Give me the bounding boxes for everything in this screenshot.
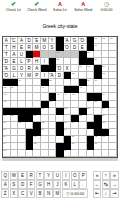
key-T[interactable]: T xyxy=(36,171,44,180)
grid-cell-r17c14[interactable] xyxy=(102,150,110,157)
grid-cell-r2c3[interactable]: E xyxy=(18,44,26,51)
cell-letter: E xyxy=(20,45,23,50)
clue-number: 65 xyxy=(102,121,105,124)
grid-cell-r5c4[interactable]: R xyxy=(26,65,34,72)
grid-cell-r6c15[interactable] xyxy=(109,72,117,79)
solve-word-label: Solve Word xyxy=(72,8,95,12)
grid-cell-r7c14[interactable] xyxy=(102,79,110,86)
grid-cell-r17c4[interactable] xyxy=(26,150,34,157)
grid-cell-r8c5[interactable] xyxy=(33,86,41,93)
black-cell xyxy=(56,129,64,136)
key-L[interactable]: L xyxy=(71,180,79,189)
cell-letter: X xyxy=(66,66,69,71)
grid-cell-r14c7[interactable] xyxy=(49,129,57,136)
grid-cell-r5c5[interactable]: A xyxy=(33,65,41,72)
grid-cell-r11c9[interactable]: 52 xyxy=(64,108,72,115)
cell-letter: O xyxy=(20,66,24,71)
grid-cell-r1c3[interactable]: 3A xyxy=(18,37,26,44)
black-cell xyxy=(64,72,72,79)
cell-letter: S xyxy=(50,45,53,50)
key-Q[interactable]: Q xyxy=(1,171,9,180)
grid-cell-r6c2[interactable]: L xyxy=(11,72,19,79)
grid-cell-r8c4[interactable] xyxy=(26,86,34,93)
grid-cell-r12c15[interactable] xyxy=(109,115,117,122)
grid-cell-r12c5[interactable]: 57 xyxy=(33,115,41,122)
grid-cell-r14c15[interactable] xyxy=(109,129,117,136)
cell-letter: M xyxy=(27,73,31,78)
clue-number: 78 xyxy=(3,149,6,152)
clue-number: 58 xyxy=(79,114,82,117)
cell-letter: D xyxy=(58,73,61,78)
grid-cell-r17c5[interactable] xyxy=(33,150,41,157)
black-cell xyxy=(87,136,95,143)
grid-cell-r6c11[interactable] xyxy=(79,72,87,79)
clue-number: 40 xyxy=(41,86,44,89)
grid-cell-r10c5[interactable] xyxy=(33,101,41,108)
grid-cell-r10c1[interactable]: 47 xyxy=(3,101,11,108)
clue-number: 45 xyxy=(72,93,75,96)
black-cell xyxy=(26,129,34,136)
grid-cell-r2c15[interactable] xyxy=(109,44,117,51)
key-O[interactable]: O xyxy=(71,171,79,180)
grid-cell-r10c8[interactable] xyxy=(56,101,64,108)
clue-number: 28 xyxy=(87,65,90,68)
clue-number: 48 xyxy=(49,100,52,103)
grid-cell-r7c13[interactable]: 37 xyxy=(94,79,102,86)
grid-cell-r7c7[interactable]: 35 xyxy=(49,79,57,86)
grid-cell-r12c11[interactable]: 58 xyxy=(79,115,87,122)
grid-cell-r9c9[interactable]: 44 xyxy=(64,93,72,100)
clue-number: 49 xyxy=(87,100,90,103)
key-D[interactable]: D xyxy=(18,180,26,189)
clue-number: 25 xyxy=(3,65,6,68)
key-K[interactable]: K xyxy=(62,180,70,189)
keyboard-timer: ◷0:00:00 xyxy=(62,189,89,198)
clue-number: 42 xyxy=(3,93,6,96)
up-key[interactable]: ↑ xyxy=(102,171,110,180)
grid-cell-r1c5[interactable]: 5E xyxy=(33,37,41,44)
grid-cell-r9c11[interactable] xyxy=(79,93,87,100)
key-G[interactable]: G xyxy=(36,180,44,189)
grid-cell-r10c7[interactable]: 48 xyxy=(49,101,57,108)
grid-cell-r9c15[interactable] xyxy=(109,93,117,100)
clue-number: 11 xyxy=(94,37,97,40)
key-F[interactable]: F xyxy=(27,180,35,189)
cell-letter: A xyxy=(35,66,38,71)
key-W[interactable]: W xyxy=(10,171,18,180)
grid-cell-r11c6[interactable]: 51 xyxy=(41,108,49,115)
grid-cell-r16c14[interactable] xyxy=(102,143,110,150)
clue-number: 18 xyxy=(34,51,37,54)
grid-cell-r3c6[interactable] xyxy=(41,51,49,58)
clue-number: 16 xyxy=(94,44,97,47)
grid-cell-r3c9[interactable] xyxy=(64,51,72,58)
grid-cell-r3c14[interactable] xyxy=(102,51,110,58)
grid-cell-r1c7[interactable]: 7Y xyxy=(49,37,57,44)
grid-cell-r7c10[interactable] xyxy=(71,79,79,86)
timer-display: ◷ 0:00:00 xyxy=(95,1,118,15)
grid-cell-r7c15[interactable] xyxy=(109,79,117,86)
grid-cell-r17c10[interactable] xyxy=(71,150,79,157)
clue-number: 67 xyxy=(41,128,44,131)
clue-number: 19 xyxy=(56,51,59,54)
grid-cell-r1c10[interactable]: 9G xyxy=(71,37,79,44)
clue-number: 1 xyxy=(3,37,4,40)
grid-cell-r14c12[interactable] xyxy=(87,129,95,136)
grid-cell-r5c15[interactable] xyxy=(109,65,117,72)
grid-cell-r2c13[interactable]: 16 xyxy=(94,44,102,51)
grid-cell-r14c3[interactable] xyxy=(18,129,26,136)
prev-word-key[interactable]: « xyxy=(93,171,101,180)
clue-number: 47 xyxy=(3,100,6,103)
grid-cell-r4c3[interactable]: L xyxy=(18,58,26,65)
cell-letter: H xyxy=(12,45,15,50)
grid-cell-r12c12[interactable] xyxy=(87,115,95,122)
key-E[interactable]: E xyxy=(18,171,26,180)
grid-cell-r3c12[interactable]: 20 xyxy=(87,51,95,58)
key-N[interactable]: N xyxy=(44,189,52,198)
black-cell xyxy=(56,108,64,115)
grid-cell-r1c4[interactable]: 4D xyxy=(26,37,34,44)
grid-cell-r4c9[interactable] xyxy=(64,58,72,65)
grid-cell-r2c4[interactable]: R xyxy=(26,44,34,51)
clue-number: 62 xyxy=(41,121,44,124)
toggle-direction-key[interactable]: ↹ xyxy=(102,180,110,189)
grid-cell-r9c2[interactable] xyxy=(11,93,19,100)
key-P[interactable]: P xyxy=(79,171,87,180)
key-H[interactable]: H xyxy=(44,180,52,189)
grid-cell-r17c12[interactable] xyxy=(87,150,95,157)
solve-letter-label: Solve Ltr xyxy=(49,8,72,12)
grid-cell-r16c3[interactable] xyxy=(18,143,26,150)
timer-label: 0:00:00 xyxy=(95,8,118,12)
clue-number: 39 xyxy=(11,86,14,89)
solve-word-icon: A xyxy=(72,1,95,8)
cell-letter: D xyxy=(73,45,76,50)
grid-cell-r4c2[interactable]: E xyxy=(11,58,19,65)
clue-number: 2 xyxy=(11,37,12,40)
grid-cell-r14c2[interactable] xyxy=(11,129,19,136)
grid-cell-r10c10[interactable] xyxy=(71,101,79,108)
grid-cell-r7c3[interactable]: 34 xyxy=(18,79,26,86)
grid-cell-r4c10[interactable] xyxy=(71,58,79,65)
clue-number: 14 xyxy=(3,44,6,47)
grid-cell-r4c5[interactable]: H xyxy=(33,58,41,65)
grid-cell-r6c4[interactable]: M xyxy=(26,72,34,79)
grid-cell-r9c14[interactable]: 46 xyxy=(102,93,110,100)
grid-cell-r9c10[interactable]: 45 xyxy=(71,93,79,100)
clue-number: 55 xyxy=(3,114,6,117)
grid-cell-r10c4[interactable] xyxy=(26,101,34,108)
key-S[interactable]: S xyxy=(10,180,18,189)
key-V[interactable]: V xyxy=(27,189,35,198)
black-cell xyxy=(26,108,34,115)
clue-number: 52 xyxy=(64,107,67,110)
cell-letter: U xyxy=(20,52,23,57)
key-M[interactable]: M xyxy=(53,189,61,198)
grid-cell-r13c14[interactable]: 65 xyxy=(102,122,110,129)
grid-cell-r17c3[interactable] xyxy=(18,150,26,157)
grid-cell-r4c13[interactable]: 24 xyxy=(94,58,102,65)
key-Z[interactable]: Z xyxy=(1,189,9,198)
grid-cell-r15c14[interactable]: 73 xyxy=(102,136,110,143)
clue-number: 35 xyxy=(49,79,52,82)
check-word-icon: ✔ xyxy=(25,1,48,8)
key-Y[interactable]: Y xyxy=(44,171,52,180)
grid-cell-r7c12[interactable]: 36 xyxy=(87,79,95,86)
key-I[interactable]: I xyxy=(62,171,70,180)
grid-cell-r15c7[interactable] xyxy=(49,136,57,143)
clue-number: 50 xyxy=(94,100,97,103)
grid-cell-r5c3[interactable]: O xyxy=(18,65,26,72)
grid-cell-r1c6[interactable]: 6M xyxy=(41,37,49,44)
grid-cell-r15c15[interactable] xyxy=(109,136,117,143)
clue-number: 31 xyxy=(49,72,52,75)
grid-cell-r1c15[interactable]: 13 xyxy=(109,37,117,44)
grid-cell-r11c12[interactable]: 53 xyxy=(87,108,95,115)
grid-cell-r10c15[interactable] xyxy=(109,101,117,108)
grid-cell-r6c5[interactable]: P xyxy=(33,72,41,79)
black-cell xyxy=(64,136,72,143)
grid-cell-r15c3[interactable] xyxy=(18,136,26,143)
grid-cell-r9c3[interactable] xyxy=(18,93,26,100)
key-J[interactable]: J xyxy=(53,180,61,189)
active-clue: Greek city-state xyxy=(0,23,120,29)
grid-cell-r2c11[interactable]: E xyxy=(79,44,87,51)
grid-cell-r8c13[interactable] xyxy=(94,86,102,93)
grid-cell-r4c6[interactable]: I xyxy=(41,58,49,65)
grid-cell-r5c9[interactable]: X xyxy=(64,65,72,72)
key-C[interactable]: C xyxy=(18,189,26,198)
grid-cell-r13c4[interactable] xyxy=(26,122,34,129)
clue-number: 41 xyxy=(79,86,82,89)
clue-number: 76 xyxy=(72,142,75,145)
grid-cell-r11c7[interactable] xyxy=(49,108,57,115)
clue-number: 36 xyxy=(87,79,90,82)
grid-cell-r12c8[interactable] xyxy=(56,115,64,122)
grid-cell-r6c14[interactable]: 33 xyxy=(102,72,110,79)
grid-cell-r17c15[interactable] xyxy=(109,150,117,157)
grid-cell-r15c2[interactable] xyxy=(11,136,19,143)
clock-icon: ◷ xyxy=(95,1,118,8)
grid-cell-r13c7[interactable] xyxy=(49,122,57,129)
grid-cell-r4c4[interactable]: 22P xyxy=(26,58,34,65)
cell-letter: L xyxy=(13,73,16,78)
grid-cell-r15c11[interactable] xyxy=(79,136,87,143)
grid-cell-r17c9[interactable]: 79 xyxy=(64,150,72,157)
grid-cell-r15c6[interactable] xyxy=(41,136,49,143)
clue-number: 61 xyxy=(18,121,21,124)
check-letter-button[interactable]: ✔ Check Ltr xyxy=(2,1,25,15)
black-cell xyxy=(87,37,95,44)
key-U[interactable]: U xyxy=(53,171,61,180)
black-cell xyxy=(56,143,64,150)
key-A[interactable]: A xyxy=(1,180,9,189)
clue-number: 57 xyxy=(34,114,37,117)
cell-letter: H xyxy=(35,59,38,64)
grid-cell-r7c9[interactable] xyxy=(64,79,72,86)
horizontal-scrollbar[interactable] xyxy=(2,158,118,161)
clue-number: 37 xyxy=(94,79,97,82)
clue-number: 21 xyxy=(3,58,6,61)
grid-cell-r5c8[interactable]: 26O xyxy=(56,65,64,72)
clue-number: 73 xyxy=(102,135,105,138)
grid-cell-r9c6[interactable] xyxy=(41,93,49,100)
grid-cell-r13c10[interactable]: 64 xyxy=(71,122,79,129)
grid-cell-r8c15[interactable] xyxy=(109,86,117,93)
grid-cell-r8c12[interactable] xyxy=(87,86,95,93)
home-key[interactable]: ⇤ xyxy=(93,189,101,198)
grid-cell-r7c5[interactable] xyxy=(33,79,41,86)
grid-cell-r8c6[interactable]: 40 xyxy=(41,86,49,93)
grid-cell-r1c11[interactable]: 10O xyxy=(79,37,87,44)
grid-cell-r17c11[interactable] xyxy=(79,150,87,157)
grid-cell-r12c7[interactable] xyxy=(49,115,57,122)
grid-cell-r3c2[interactable]: A xyxy=(11,51,19,58)
cursor-cell[interactable]: 18 xyxy=(33,51,41,58)
grid-cell-r11c10[interactable] xyxy=(71,108,79,115)
grid-cell-r6c10[interactable]: 32 xyxy=(71,72,79,79)
grid-cell-r3c15[interactable] xyxy=(109,51,117,58)
black-cell xyxy=(87,143,95,150)
grid-cell-r13c11[interactable] xyxy=(79,122,87,129)
grid-cell-r16c7[interactable] xyxy=(49,143,57,150)
grid-cell-r6c8[interactable]: D xyxy=(56,72,64,79)
solve-word-button[interactable]: A Solve Word xyxy=(72,1,95,15)
grid-cell-r2c2[interactable]: H xyxy=(11,44,19,51)
grid-cell-r2c10[interactable]: D xyxy=(71,44,79,51)
grid-cell-r7c8[interactable] xyxy=(56,79,64,86)
grid-cell-r13c15[interactable] xyxy=(109,122,117,129)
grid-cell-r13c3[interactable]: 61 xyxy=(18,122,26,129)
clue-number: 79 xyxy=(64,149,67,152)
next-word-key[interactable]: » xyxy=(110,171,118,180)
grid-cell-r13c2[interactable] xyxy=(11,122,19,129)
clue-number: 33 xyxy=(102,72,105,75)
grid-cell-r17c6[interactable] xyxy=(41,150,49,157)
toolbar: ✔ Check Ltr ✔ Check Word A Solve Ltr A S… xyxy=(0,0,120,16)
clue-number: 68 xyxy=(64,128,67,131)
grid-cell-r8c2[interactable]: 39 xyxy=(11,86,19,93)
clue-number: 6 xyxy=(41,37,42,40)
cell-letter: C xyxy=(12,38,15,43)
clue-number: 17 xyxy=(3,51,6,54)
clue-number: 34 xyxy=(18,79,21,82)
grid-cell-r15c8[interactable] xyxy=(56,136,64,143)
grid-cell-r1c2[interactable]: 2C xyxy=(11,37,19,44)
cell-letter: R xyxy=(27,66,30,71)
grid-cell-r9c5[interactable] xyxy=(33,93,41,100)
left-key[interactable]: ← xyxy=(93,180,101,189)
grid-cell-r5c11[interactable]: 27 xyxy=(79,65,87,72)
grid-cell-r3c7[interactable] xyxy=(49,51,57,58)
grid-cell-r16c6[interactable] xyxy=(41,143,49,150)
cell-letter: G xyxy=(12,66,16,71)
clue-number: 13 xyxy=(110,37,113,40)
grid-cell-r7c4[interactable] xyxy=(26,79,34,86)
grid-cell-r6c1[interactable]: 30O xyxy=(3,72,11,79)
clue-number: 53 xyxy=(87,107,90,110)
check-word-button[interactable]: ✔ Check Word xyxy=(25,1,48,15)
grid-cell-r12c2[interactable]: 56 xyxy=(11,115,19,122)
grid-cell-r14c6[interactable]: 67 xyxy=(41,129,49,136)
grid-cell-r16c5[interactable]: 75 xyxy=(33,143,41,150)
backspace-key[interactable]: ← xyxy=(79,180,87,189)
key-R[interactable]: R xyxy=(27,171,35,180)
grid-cell-r11c15[interactable] xyxy=(109,108,117,115)
grid-cell-r2c6[interactable]: O xyxy=(41,44,49,51)
cell-letter: A xyxy=(12,52,15,57)
grid-cell-r17c13[interactable] xyxy=(94,150,102,157)
grid-cell-r8c3[interactable] xyxy=(18,86,26,93)
grid-cell-r16c13[interactable]: 77 xyxy=(94,143,102,150)
grid-cell-r16c2[interactable] xyxy=(11,143,19,150)
down-key[interactable]: ↓ xyxy=(102,189,110,198)
grid-cell-r9c8[interactable]: 43 xyxy=(56,93,64,100)
cell-letter: A xyxy=(20,38,23,43)
key-B[interactable]: B xyxy=(36,189,44,198)
clue-number: 60 xyxy=(3,121,6,124)
black-cell xyxy=(56,37,64,44)
grid-cell-r11c13[interactable] xyxy=(94,108,102,115)
black-cell xyxy=(94,65,102,72)
grid-cell-r5c12[interactable]: 28 xyxy=(87,65,95,72)
grid-cell-r10c11[interactable] xyxy=(79,101,87,108)
end-key[interactable]: ⇥ xyxy=(110,189,118,198)
clue-number: 7 xyxy=(49,37,50,40)
grid-cell-r17c7[interactable] xyxy=(49,150,57,157)
grid-cell-r16c10[interactable]: 76 xyxy=(71,143,79,150)
grid-cell-r4c15[interactable] xyxy=(109,58,117,65)
key-X[interactable]: X xyxy=(10,189,18,198)
grid-cell-r14c11[interactable] xyxy=(79,129,87,136)
clue-number: 43 xyxy=(56,93,59,96)
black-cell xyxy=(79,51,87,58)
clue-number: 29 xyxy=(102,65,105,68)
grid-cell-r10c13[interactable]: 50 xyxy=(94,101,102,108)
grid-cell-r10c2[interactable] xyxy=(11,101,19,108)
clue-number: 22 xyxy=(26,58,29,61)
grid-cell-r16c15[interactable] xyxy=(109,143,117,150)
solve-letter-button[interactable]: A Solve Ltr xyxy=(49,1,72,15)
grid-cell-r17c1[interactable]: 78 xyxy=(3,150,11,157)
clue-number: 66 xyxy=(3,128,6,131)
grid-cell-r3c10[interactable] xyxy=(71,51,79,58)
grid-cell-r6c6[interactable]: I xyxy=(41,72,49,79)
grid-cell-r14c9[interactable]: 68 xyxy=(64,129,72,136)
clue-number: 77 xyxy=(94,142,97,145)
clue-number: 59 xyxy=(102,114,105,117)
grid-cell-r16c11[interactable] xyxy=(79,143,87,150)
clue-number: 56 xyxy=(11,114,14,117)
grid-cell-r8c11[interactable]: 41 xyxy=(79,86,87,93)
grid-cell-r10c3[interactable] xyxy=(18,101,26,108)
clue-number: 27 xyxy=(79,65,82,68)
grid-cell-r2c9[interactable]: 15O xyxy=(64,44,72,51)
grid-cell-r8c7[interactable] xyxy=(49,86,57,93)
grid-cell-r5c2[interactable]: G xyxy=(11,65,19,72)
grid-cell-r1c14[interactable]: 12 xyxy=(102,37,110,44)
grid-cell-r17c2[interactable] xyxy=(11,150,19,157)
check-letter-icon: ✔ xyxy=(2,1,25,8)
grid-cell-r2c7[interactable]: S xyxy=(49,44,57,51)
grid-cell-r2c14[interactable] xyxy=(102,44,110,51)
grid-cell-r9c4[interactable] xyxy=(26,93,34,100)
clue-number: 5 xyxy=(34,37,35,40)
grid-cell-r3c3[interactable]: U xyxy=(18,51,26,58)
right-key[interactable]: → xyxy=(110,180,118,189)
check-letter-label: Check Ltr xyxy=(2,8,25,12)
